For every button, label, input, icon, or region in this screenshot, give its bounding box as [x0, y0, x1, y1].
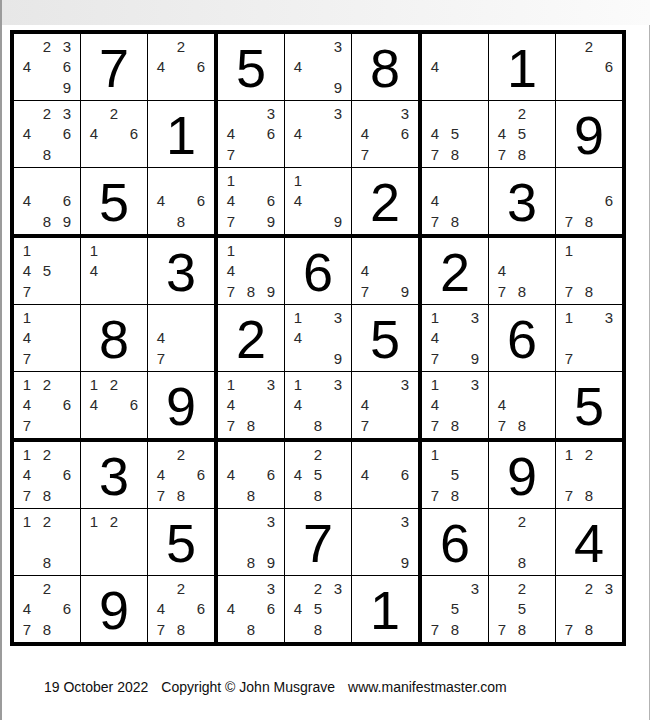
candidate-8: 8 [579, 211, 599, 232]
empty-mark [84, 103, 104, 124]
empty-mark [241, 511, 261, 532]
empty-mark [559, 170, 579, 191]
pencil-marks: 1349 [285, 305, 351, 371]
cell-r8c5[interactable]: 7 [285, 509, 352, 576]
cell-r9c1[interactable]: 24678 [14, 576, 81, 642]
pencil-marks: 1348 [285, 372, 351, 438]
cell-r9c4[interactable]: 3468 [218, 576, 285, 642]
empty-mark [599, 211, 619, 232]
empty-mark [171, 599, 191, 620]
cell-r1c8[interactable]: 1 [489, 34, 556, 101]
cell-r2c7[interactable]: 4578 [422, 101, 489, 168]
empty-mark [104, 240, 124, 261]
empty-mark [465, 103, 485, 124]
empty-mark [579, 599, 599, 620]
empty-mark [37, 395, 57, 416]
candidate-2: 2 [37, 578, 57, 599]
candidate-4: 4 [221, 599, 241, 620]
empty-mark [37, 307, 57, 328]
empty-mark [465, 124, 485, 145]
empty-mark [171, 170, 191, 191]
cell-r7c4[interactable]: 468 [218, 442, 285, 509]
cell-r8c7[interactable]: 6 [422, 509, 489, 576]
cell-r7c7[interactable]: 1578 [422, 442, 489, 509]
empty-mark [328, 599, 348, 620]
empty-mark [37, 77, 57, 98]
empty-mark [37, 124, 57, 145]
empty-mark [375, 240, 395, 261]
cell-r3c7[interactable]: 478 [422, 168, 489, 238]
cell-r1c2[interactable]: 7 [81, 34, 148, 101]
cell-r7c5[interactable]: 2458 [285, 442, 352, 509]
pencil-marks: 28 [489, 509, 555, 575]
cell-r9c9[interactable]: 2378 [556, 576, 622, 642]
empty-mark [532, 261, 552, 282]
pencil-marks: 478 [489, 238, 555, 304]
cell-r4c2[interactable]: 14 [81, 238, 148, 305]
empty-mark [308, 395, 328, 416]
empty-mark [171, 307, 191, 328]
empty-mark [532, 552, 552, 573]
empty-mark [57, 532, 77, 553]
empty-mark [465, 36, 485, 57]
pencil-marks: 128 [14, 509, 80, 575]
candidate-7: 7 [355, 144, 375, 165]
candidate-6: 6 [261, 124, 281, 145]
cell-r2c3[interactable]: 1 [148, 101, 218, 168]
cell-r5c6[interactable]: 5 [352, 305, 422, 372]
cell-r8c2[interactable]: 12 [81, 509, 148, 576]
cell-r3c2[interactable]: 5 [81, 168, 148, 238]
candidate-4: 4 [221, 191, 241, 212]
empty-mark [221, 578, 241, 599]
candidate-2: 2 [37, 36, 57, 57]
empty-mark [599, 36, 619, 57]
candidate-6: 6 [261, 599, 281, 620]
cell-r2c1[interactable]: 23468 [14, 101, 81, 168]
empty-mark [57, 619, 77, 640]
cell-r5c8[interactable]: 6 [489, 305, 556, 372]
candidate-5: 5 [445, 599, 465, 620]
empty-mark [104, 395, 124, 416]
candidate-5: 5 [308, 599, 328, 620]
cell-r4c9[interactable]: 178 [556, 238, 622, 305]
empty-mark [425, 77, 445, 98]
empty-mark [355, 485, 375, 506]
empty-mark [579, 465, 599, 486]
empty-mark [395, 532, 415, 553]
empty-mark [579, 240, 599, 261]
candidate-7: 7 [425, 144, 445, 165]
empty-mark [221, 103, 241, 124]
cell-r7c1[interactable]: 124678 [14, 442, 81, 509]
cell-r1c1[interactable]: 23469 [14, 34, 81, 101]
empty-mark [288, 103, 308, 124]
empty-mark [241, 240, 261, 261]
candidate-6: 6 [599, 191, 619, 212]
pencil-marks: 137 [556, 305, 622, 371]
empty-mark [445, 395, 465, 416]
candidate-9: 9 [261, 281, 281, 302]
candidate-8: 8 [308, 619, 328, 640]
cell-r5c5[interactable]: 1349 [285, 305, 352, 372]
cell-r9c3[interactable]: 24678 [148, 576, 218, 642]
candidate-9: 9 [261, 552, 281, 573]
empty-mark [288, 619, 308, 640]
cell-r3c5[interactable]: 149 [285, 168, 352, 238]
empty-mark [445, 57, 465, 78]
pencil-marks: 468 [148, 168, 214, 234]
empty-mark [492, 578, 512, 599]
cell-r8c8[interactable]: 28 [489, 509, 556, 576]
candidate-3: 3 [328, 307, 348, 328]
empty-mark [104, 261, 124, 282]
empty-mark [355, 532, 375, 553]
cell-r4c4[interactable]: 14789 [218, 238, 285, 305]
candidate-1: 1 [221, 374, 241, 395]
empty-mark [465, 415, 485, 436]
empty-mark [17, 77, 37, 98]
empty-mark [57, 261, 77, 282]
cell-r1c4[interactable]: 5 [218, 34, 285, 101]
empty-mark [599, 261, 619, 282]
candidate-7: 7 [492, 281, 512, 302]
empty-mark [395, 485, 415, 506]
cell-r2c8[interactable]: 24578 [489, 101, 556, 168]
cell-value: 3 [489, 168, 555, 234]
cell-r4c5[interactable]: 6 [285, 238, 352, 305]
cell-r6c7[interactable]: 13478 [422, 372, 489, 442]
candidate-8: 8 [241, 619, 261, 640]
empty-mark [37, 57, 57, 78]
candidate-8: 8 [445, 211, 465, 232]
candidate-3: 3 [599, 578, 619, 599]
cell-r2c2[interactable]: 246 [81, 101, 148, 168]
pencil-marks: 12467 [14, 372, 80, 438]
empty-mark [57, 578, 77, 599]
empty-mark [492, 552, 512, 573]
cell-r4c8[interactable]: 478 [489, 238, 556, 305]
cell-value: 1 [148, 101, 214, 167]
pencil-marks: 246 [148, 34, 214, 100]
candidate-3: 3 [261, 103, 281, 124]
cell-r6c4[interactable]: 13478 [218, 372, 285, 442]
cell-r4c7[interactable]: 2 [422, 238, 489, 305]
candidate-8: 8 [308, 415, 328, 436]
empty-mark [84, 552, 104, 573]
cell-r2c4[interactable]: 3467 [218, 101, 285, 168]
empty-mark [308, 36, 328, 57]
cell-r1c6[interactable]: 8 [352, 34, 422, 101]
candidate-3: 3 [599, 307, 619, 328]
candidate-4: 4 [221, 124, 241, 145]
cell-r8c9[interactable]: 4 [556, 509, 622, 576]
candidate-3: 3 [57, 103, 77, 124]
candidate-1: 1 [17, 307, 37, 328]
candidate-3: 3 [328, 103, 348, 124]
cell-r6c8[interactable]: 478 [489, 372, 556, 442]
candidate-7: 7 [559, 211, 579, 232]
cell-r1c5[interactable]: 349 [285, 34, 352, 101]
empty-mark [57, 485, 77, 506]
cell-r8c6[interactable]: 39 [352, 509, 422, 576]
cell-r3c6[interactable]: 2 [352, 168, 422, 238]
cell-r4c1[interactable]: 1457 [14, 238, 81, 305]
empty-mark [288, 578, 308, 599]
window-left-edge [0, 0, 2, 720]
candidate-4: 4 [17, 124, 37, 145]
candidate-6: 6 [57, 124, 77, 145]
candidate-7: 7 [221, 415, 241, 436]
empty-mark [532, 578, 552, 599]
cell-r3c1[interactable]: 4689 [14, 168, 81, 238]
cell-r7c2[interactable]: 3 [81, 442, 148, 509]
cell-r8c3[interactable]: 5 [148, 509, 218, 576]
empty-mark [328, 191, 348, 212]
empty-mark [104, 552, 124, 573]
empty-mark [261, 240, 281, 261]
empty-mark [191, 578, 211, 599]
empty-mark [241, 532, 261, 553]
cell-r6c9[interactable]: 5 [556, 372, 622, 442]
empty-mark [328, 465, 348, 486]
cell-r5c1[interactable]: 147 [14, 305, 81, 372]
cell-r9c2[interactable]: 9 [81, 576, 148, 642]
candidate-7: 7 [425, 485, 445, 506]
empty-mark [308, 170, 328, 191]
candidate-1: 1 [17, 511, 37, 532]
cell-value: 5 [556, 372, 622, 438]
pencil-marks: 14789 [218, 238, 284, 304]
cell-r1c9[interactable]: 26 [556, 34, 622, 101]
cell-value: 5 [81, 168, 147, 234]
pencil-marks: 246 [81, 101, 147, 167]
empty-mark [445, 307, 465, 328]
empty-mark [445, 170, 465, 191]
pencil-marks: 2458 [285, 442, 351, 508]
cell-r2c5[interactable]: 34 [285, 101, 352, 168]
empty-mark [151, 578, 171, 599]
empty-mark [308, 211, 328, 232]
candidate-4: 4 [151, 465, 171, 486]
cell-r3c9[interactable]: 678 [556, 168, 622, 238]
empty-mark [308, 77, 328, 98]
empty-mark [579, 261, 599, 282]
pencil-marks: 47 [148, 305, 214, 371]
candidate-7: 7 [559, 619, 579, 640]
empty-mark [261, 619, 281, 640]
cell-r9c8[interactable]: 2578 [489, 576, 556, 642]
empty-mark [579, 57, 599, 78]
cell-value: 9 [148, 372, 214, 438]
empty-mark [375, 281, 395, 302]
cell-r7c8[interactable]: 9 [489, 442, 556, 509]
cell-r4c6[interactable]: 479 [352, 238, 422, 305]
empty-mark [308, 374, 328, 395]
empty-mark [425, 578, 445, 599]
empty-mark [191, 328, 211, 349]
candidate-4: 4 [151, 599, 171, 620]
cell-r3c8[interactable]: 3 [489, 168, 556, 238]
cell-r1c3[interactable]: 246 [148, 34, 218, 101]
candidate-6: 6 [261, 191, 281, 212]
cell-value: 7 [81, 34, 147, 100]
cell-r3c4[interactable]: 14679 [218, 168, 285, 238]
candidate-8: 8 [579, 281, 599, 302]
candidate-1: 1 [559, 444, 579, 465]
empty-mark [559, 261, 579, 282]
cell-r6c2[interactable]: 1246 [81, 372, 148, 442]
empty-mark [288, 77, 308, 98]
cell-r4c3[interactable]: 3 [148, 238, 218, 305]
empty-mark [465, 465, 485, 486]
empty-mark [261, 532, 281, 553]
empty-mark [308, 348, 328, 369]
empty-mark [57, 552, 77, 573]
candidate-8: 8 [241, 281, 261, 302]
cell-r6c6[interactable]: 347 [352, 372, 422, 442]
cell-r5c7[interactable]: 13479 [422, 305, 489, 372]
candidate-5: 5 [37, 261, 57, 282]
empty-mark [124, 103, 144, 124]
empty-mark [375, 395, 395, 416]
candidate-3: 3 [465, 307, 485, 328]
empty-mark [492, 374, 512, 395]
candidate-7: 7 [17, 348, 37, 369]
empty-mark [425, 103, 445, 124]
cell-r6c3[interactable]: 9 [148, 372, 218, 442]
candidate-4: 4 [425, 191, 445, 212]
candidate-3: 3 [465, 374, 485, 395]
cell-r9c5[interactable]: 23458 [285, 576, 352, 642]
candidate-9: 9 [57, 77, 77, 98]
empty-mark [375, 465, 395, 486]
empty-mark [171, 465, 191, 486]
cell-r8c1[interactable]: 128 [14, 509, 81, 576]
cell-value: 9 [81, 576, 147, 642]
cell-r1c7[interactable]: 4 [422, 34, 489, 101]
empty-mark [151, 211, 171, 232]
candidate-2: 2 [171, 444, 191, 465]
cell-value: 5 [218, 34, 284, 100]
empty-mark [261, 395, 281, 416]
candidate-4: 4 [17, 465, 37, 486]
cell-r8c4[interactable]: 389 [218, 509, 285, 576]
candidate-8: 8 [445, 415, 465, 436]
candidate-4: 4 [355, 465, 375, 486]
candidate-5: 5 [445, 124, 465, 145]
empty-mark [328, 619, 348, 640]
cell-r9c6[interactable]: 1 [352, 576, 422, 642]
cell-r5c2[interactable]: 8 [81, 305, 148, 372]
empty-mark [241, 211, 261, 232]
empty-mark [599, 485, 619, 506]
empty-mark [191, 211, 211, 232]
empty-mark [57, 511, 77, 532]
empty-mark [465, 144, 485, 165]
candidate-7: 7 [559, 281, 579, 302]
empty-mark [151, 77, 171, 98]
candidate-8: 8 [445, 619, 465, 640]
candidate-4: 4 [288, 395, 308, 416]
cell-r3c3[interactable]: 468 [148, 168, 218, 238]
empty-mark [37, 281, 57, 302]
candidate-2: 2 [104, 511, 124, 532]
candidate-7: 7 [17, 485, 37, 506]
empty-mark [445, 77, 465, 98]
empty-mark [261, 415, 281, 436]
candidate-7: 7 [221, 281, 241, 302]
pencil-marks: 23458 [285, 576, 351, 642]
candidate-8: 8 [445, 144, 465, 165]
empty-mark [124, 144, 144, 165]
cell-value: 2 [218, 305, 284, 371]
footer-date: 19 October 2022 [44, 679, 148, 695]
candidate-5: 5 [308, 465, 328, 486]
pencil-marks: 4 [422, 34, 488, 100]
candidate-6: 6 [395, 465, 415, 486]
candidate-2: 2 [171, 578, 191, 599]
empty-mark [395, 395, 415, 416]
candidate-2: 2 [37, 374, 57, 395]
cell-value: 6 [285, 238, 351, 304]
cell-r6c1[interactable]: 12467 [14, 372, 81, 442]
empty-mark [375, 415, 395, 436]
cell-r5c4[interactable]: 2 [218, 305, 285, 372]
empty-mark [261, 144, 281, 165]
empty-mark [17, 532, 37, 553]
empty-mark [532, 395, 552, 416]
candidate-4: 4 [492, 261, 512, 282]
cell-r2c6[interactable]: 3467 [352, 101, 422, 168]
empty-mark [465, 485, 485, 506]
cell-r7c3[interactable]: 24678 [148, 442, 218, 509]
candidate-6: 6 [124, 124, 144, 145]
cell-r6c5[interactable]: 1348 [285, 372, 352, 442]
empty-mark [17, 170, 37, 191]
cell-r9c7[interactable]: 3578 [422, 576, 489, 642]
empty-mark [241, 170, 261, 191]
empty-mark [375, 552, 395, 573]
pencil-marks: 478 [422, 168, 488, 234]
candidate-1: 1 [84, 240, 104, 261]
candidate-4: 4 [17, 328, 37, 349]
empty-mark [37, 599, 57, 620]
cell-r5c9[interactable]: 137 [556, 305, 622, 372]
candidate-6: 6 [57, 599, 77, 620]
pencil-marks: 39 [352, 509, 418, 575]
cell-r7c9[interactable]: 1278 [556, 442, 622, 509]
empty-mark [492, 240, 512, 261]
empty-mark [445, 328, 465, 349]
candidate-4: 4 [151, 328, 171, 349]
candidate-4: 4 [17, 599, 37, 620]
pencil-marks: 347 [352, 372, 418, 438]
empty-mark [579, 307, 599, 328]
footer-copyright: Copyright © John Musgrave [161, 679, 335, 695]
candidate-4: 4 [288, 465, 308, 486]
empty-mark [599, 170, 619, 191]
cell-r5c3[interactable]: 47 [148, 305, 218, 372]
cell-r2c9[interactable]: 9 [556, 101, 622, 168]
candidate-3: 3 [395, 103, 415, 124]
cell-r7c6[interactable]: 46 [352, 442, 422, 509]
candidate-7: 7 [355, 415, 375, 436]
pencil-marks: 2378 [556, 576, 622, 642]
cell-value: 5 [352, 305, 418, 371]
candidate-3: 3 [395, 374, 415, 395]
empty-mark [512, 395, 532, 416]
